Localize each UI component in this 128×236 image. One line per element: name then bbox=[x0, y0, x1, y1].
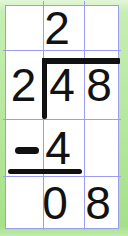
cell-dividend-ones: 8 bbox=[85, 51, 119, 118]
cell-subtrahend-tens: 4 bbox=[44, 120, 84, 175]
dividend-ones-digit: 8 bbox=[86, 62, 112, 108]
cell-quotient-tens: 2 bbox=[44, 6, 84, 50]
cell-divisor: 2 bbox=[6, 51, 43, 118]
subtrahend-tens-digit: 4 bbox=[45, 125, 71, 171]
remainder-tens-digit: 0 bbox=[42, 180, 68, 226]
quotient-tens-digit: 2 bbox=[44, 5, 70, 51]
long-division-worksheet: 2 2 4 8 4 0 8 bbox=[0, 0, 128, 236]
cell-brought-down-ones: 8 bbox=[85, 177, 119, 229]
divisor-digit: 2 bbox=[11, 62, 37, 108]
cell-remainder-tens: 0 bbox=[44, 177, 84, 229]
dividend-tens-digit: 4 bbox=[49, 62, 75, 108]
brought-down-ones-digit: 8 bbox=[85, 180, 111, 226]
minus-sign bbox=[15, 147, 39, 154]
cell-dividend-tens: 4 bbox=[44, 51, 84, 118]
